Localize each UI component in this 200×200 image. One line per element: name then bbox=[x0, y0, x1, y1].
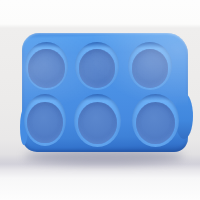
mold-cavity-row2-col1 bbox=[24, 94, 66, 146]
mold-cavity-row1-col1 bbox=[25, 42, 68, 90]
cavity-bottom bbox=[27, 102, 62, 144]
cavity-bottom bbox=[78, 102, 118, 144]
photo-background bbox=[0, 0, 200, 200]
mold-cavity-row2-col3 bbox=[132, 94, 179, 147]
mold-cavity-row2-col2 bbox=[74, 94, 121, 147]
silicone-muffin-mold bbox=[22, 33, 188, 152]
cavity-bottom bbox=[136, 102, 176, 144]
cavity-bottom bbox=[28, 49, 64, 87]
mold-cavity-row1-col2 bbox=[75, 42, 119, 90]
mold-cavity-row1-col3 bbox=[128, 42, 172, 90]
cavity-bottom bbox=[132, 49, 169, 87]
cavity-bottom bbox=[79, 49, 116, 87]
